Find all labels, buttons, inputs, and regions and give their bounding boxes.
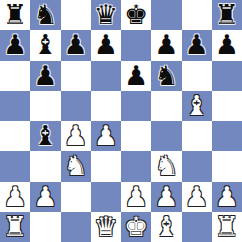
square-b1[interactable] (30, 212, 60, 242)
square-b7[interactable]: ♝ (30, 30, 60, 60)
square-h1[interactable]: ♜ (212, 212, 242, 242)
square-a2[interactable]: ♟ (0, 182, 30, 212)
black-rook-a8: ♜ (3, 0, 27, 30)
square-a6[interactable] (0, 61, 30, 91)
square-g3[interactable] (182, 151, 212, 181)
square-e3[interactable] (121, 151, 151, 181)
white-pawn-e2: ♟ (124, 182, 148, 212)
square-g1[interactable] (182, 212, 212, 242)
white-pawn-b2: ♟ (33, 182, 57, 212)
black-knight-b8: ♞ (33, 0, 57, 30)
square-g4[interactable] (182, 121, 212, 151)
square-b4[interactable]: ♝ (30, 121, 60, 151)
black-pawn-e6: ♟ (124, 61, 148, 91)
square-c3[interactable]: ♞ (61, 151, 91, 181)
square-a4[interactable] (0, 121, 30, 151)
square-d3[interactable] (91, 151, 121, 181)
square-e1[interactable]: ♚ (121, 212, 151, 242)
white-pawn-a2: ♟ (3, 182, 27, 212)
square-f3[interactable]: ♞ (151, 151, 181, 181)
square-f6[interactable]: ♞ (151, 61, 181, 91)
black-pawn-c7: ♟ (64, 30, 88, 60)
black-pawn-b6: ♟ (33, 61, 57, 91)
square-a3[interactable] (0, 151, 30, 181)
square-c6[interactable] (61, 61, 91, 91)
square-g5[interactable]: ♝ (182, 91, 212, 121)
square-e5[interactable] (121, 91, 151, 121)
square-h5[interactable] (212, 91, 242, 121)
square-d5[interactable] (91, 91, 121, 121)
square-f4[interactable] (151, 121, 181, 151)
square-e2[interactable]: ♟ (121, 182, 151, 212)
square-c8[interactable] (61, 0, 91, 30)
black-bishop-b7: ♝ (33, 30, 57, 60)
square-e4[interactable] (121, 121, 151, 151)
black-pawn-f7: ♟ (154, 30, 178, 60)
square-a5[interactable] (0, 91, 30, 121)
square-d2[interactable] (91, 182, 121, 212)
square-d8[interactable]: ♛ (91, 0, 121, 30)
square-h4[interactable] (212, 121, 242, 151)
square-g6[interactable] (182, 61, 212, 91)
white-pawn-g2: ♟ (185, 182, 209, 212)
white-knight-c3: ♞ (64, 151, 88, 181)
square-d4[interactable]: ♟ (91, 121, 121, 151)
white-knight-f3: ♞ (154, 151, 178, 181)
square-c5[interactable] (61, 91, 91, 121)
square-b5[interactable] (30, 91, 60, 121)
square-f1[interactable]: ♝ (151, 212, 181, 242)
white-pawn-d4: ♟ (94, 121, 118, 151)
square-e6[interactable]: ♟ (121, 61, 151, 91)
white-king-e1: ♚ (124, 212, 148, 242)
white-pawn-c4: ♟ (64, 121, 88, 151)
square-e7[interactable] (121, 30, 151, 60)
square-b2[interactable]: ♟ (30, 182, 60, 212)
black-king-e8: ♚ (124, 0, 148, 30)
chess-board: ♜♞♛♚♜♟♝♟♟♟♟♟♟♟♞♝♝♟♟♞♞♟♟♟♟♟♟♜♛♚♝♜ (0, 0, 242, 242)
white-queen-d1: ♛ (94, 212, 118, 242)
square-g8[interactable] (182, 0, 212, 30)
square-f2[interactable]: ♟ (151, 182, 181, 212)
black-pawn-h7: ♟ (215, 30, 239, 60)
white-pawn-h2: ♟ (215, 182, 239, 212)
square-b3[interactable] (30, 151, 60, 181)
square-f7[interactable]: ♟ (151, 30, 181, 60)
square-h7[interactable]: ♟ (212, 30, 242, 60)
square-d7[interactable]: ♟ (91, 30, 121, 60)
white-rook-h1: ♜ (215, 212, 239, 242)
square-f8[interactable] (151, 0, 181, 30)
square-c4[interactable]: ♟ (61, 121, 91, 151)
white-pawn-f2: ♟ (154, 182, 178, 212)
square-f5[interactable] (151, 91, 181, 121)
square-d6[interactable] (91, 61, 121, 91)
square-h2[interactable]: ♟ (212, 182, 242, 212)
black-knight-f6: ♞ (154, 61, 178, 91)
white-bishop-f1: ♝ (154, 212, 178, 242)
white-bishop-g5: ♝ (185, 91, 209, 121)
square-h6[interactable] (212, 61, 242, 91)
square-g7[interactable]: ♟ (182, 30, 212, 60)
square-b6[interactable]: ♟ (30, 61, 60, 91)
white-rook-a1: ♜ (3, 212, 27, 242)
square-a1[interactable]: ♜ (0, 212, 30, 242)
square-b8[interactable]: ♞ (30, 0, 60, 30)
black-bishop-b4: ♝ (33, 121, 57, 151)
black-pawn-d7: ♟ (94, 30, 118, 60)
square-d1[interactable]: ♛ (91, 212, 121, 242)
black-pawn-g7: ♟ (185, 30, 209, 60)
black-pawn-a7: ♟ (3, 30, 27, 60)
square-c1[interactable] (61, 212, 91, 242)
black-rook-h8: ♜ (215, 0, 239, 30)
square-e8[interactable]: ♚ (121, 0, 151, 30)
black-queen-d8: ♛ (94, 0, 118, 30)
square-h8[interactable]: ♜ (212, 0, 242, 30)
square-c2[interactable] (61, 182, 91, 212)
square-h3[interactable] (212, 151, 242, 181)
square-c7[interactable]: ♟ (61, 30, 91, 60)
square-a8[interactable]: ♜ (0, 0, 30, 30)
square-g2[interactable]: ♟ (182, 182, 212, 212)
square-a7[interactable]: ♟ (0, 30, 30, 60)
